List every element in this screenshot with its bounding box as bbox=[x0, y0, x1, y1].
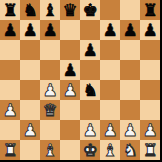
square-d2[interactable] bbox=[60, 120, 80, 140]
piece-black-pawn[interactable]: ♟ bbox=[22, 20, 37, 40]
piece-white-knight[interactable]: ♞ bbox=[122, 140, 137, 160]
piece-white-pawn[interactable]: ♟ bbox=[122, 120, 137, 140]
square-h6[interactable] bbox=[140, 40, 160, 60]
square-e8[interactable]: ♚ bbox=[80, 0, 100, 20]
piece-white-king[interactable]: ♚ bbox=[82, 140, 97, 160]
square-a3[interactable]: ♟ bbox=[0, 100, 20, 120]
square-g3[interactable] bbox=[120, 100, 140, 120]
piece-black-knight[interactable]: ♞ bbox=[22, 0, 37, 20]
piece-white-queen[interactable]: ♛ bbox=[42, 100, 57, 120]
piece-white-bishop[interactable]: ♝ bbox=[42, 140, 57, 160]
piece-white-rook[interactable]: ♜ bbox=[2, 140, 17, 160]
square-g6[interactable] bbox=[120, 40, 140, 60]
square-a7[interactable]: ♟ bbox=[0, 20, 20, 40]
square-f2[interactable]: ♟ bbox=[100, 120, 120, 140]
square-c3[interactable]: ♛ bbox=[40, 100, 60, 120]
piece-black-rook[interactable]: ♜ bbox=[2, 0, 17, 20]
square-d7[interactable] bbox=[60, 20, 80, 40]
square-f1[interactable]: ♝ bbox=[100, 140, 120, 160]
square-h8[interactable]: ♜ bbox=[140, 0, 160, 20]
square-a6[interactable] bbox=[0, 40, 20, 60]
square-a2[interactable] bbox=[0, 120, 20, 140]
square-g8[interactable] bbox=[120, 0, 140, 20]
square-b7[interactable]: ♟ bbox=[20, 20, 40, 40]
square-a4[interactable] bbox=[0, 80, 20, 100]
square-b6[interactable] bbox=[20, 40, 40, 60]
square-f4[interactable] bbox=[100, 80, 120, 100]
square-b8[interactable]: ♞ bbox=[20, 0, 40, 20]
piece-black-bishop[interactable]: ♝ bbox=[42, 0, 57, 20]
square-g5[interactable] bbox=[120, 60, 140, 80]
square-b3[interactable] bbox=[20, 100, 40, 120]
piece-black-rook[interactable]: ♜ bbox=[142, 0, 157, 20]
square-e5[interactable] bbox=[80, 60, 100, 80]
square-e7[interactable] bbox=[80, 20, 100, 40]
square-c4[interactable]: ♟ bbox=[40, 80, 60, 100]
chess-board: ♜♞♝♛♚♜♟♟♟♟♟♟♟♟♟♟♞♟♛♟♟♟♟♟♜♝♚♝♞♜ bbox=[0, 0, 160, 160]
square-c6[interactable] bbox=[40, 40, 60, 60]
square-b1[interactable] bbox=[20, 140, 40, 160]
square-h3[interactable] bbox=[140, 100, 160, 120]
square-h4[interactable] bbox=[140, 80, 160, 100]
square-e6[interactable]: ♟ bbox=[80, 40, 100, 60]
square-h5[interactable] bbox=[140, 60, 160, 80]
square-g7[interactable]: ♟ bbox=[120, 20, 140, 40]
piece-white-rook[interactable]: ♜ bbox=[142, 140, 157, 160]
square-a5[interactable] bbox=[0, 60, 20, 80]
square-d4[interactable]: ♟ bbox=[60, 80, 80, 100]
piece-black-pawn[interactable]: ♟ bbox=[142, 20, 157, 40]
piece-white-pawn[interactable]: ♟ bbox=[22, 120, 37, 140]
piece-white-pawn[interactable]: ♟ bbox=[2, 100, 17, 120]
square-c7[interactable]: ♟ bbox=[40, 20, 60, 40]
piece-black-king[interactable]: ♚ bbox=[82, 0, 97, 20]
square-g4[interactable] bbox=[120, 80, 140, 100]
square-f5[interactable] bbox=[100, 60, 120, 80]
piece-white-bishop[interactable]: ♝ bbox=[102, 140, 117, 160]
piece-white-pawn[interactable]: ♟ bbox=[42, 80, 57, 100]
square-c2[interactable] bbox=[40, 120, 60, 140]
square-e3[interactable] bbox=[80, 100, 100, 120]
piece-white-pawn[interactable]: ♟ bbox=[142, 120, 157, 140]
square-d1[interactable] bbox=[60, 140, 80, 160]
square-d3[interactable] bbox=[60, 100, 80, 120]
piece-white-pawn[interactable]: ♟ bbox=[82, 120, 97, 140]
square-e1[interactable]: ♚ bbox=[80, 140, 100, 160]
piece-black-pawn[interactable]: ♟ bbox=[82, 40, 97, 60]
square-e2[interactable]: ♟ bbox=[80, 120, 100, 140]
piece-black-queen[interactable]: ♛ bbox=[62, 0, 77, 20]
square-d6[interactable] bbox=[60, 40, 80, 60]
square-h1[interactable]: ♜ bbox=[140, 140, 160, 160]
square-a1[interactable]: ♜ bbox=[0, 140, 20, 160]
square-c8[interactable]: ♝ bbox=[40, 0, 60, 20]
piece-black-pawn[interactable]: ♟ bbox=[2, 20, 17, 40]
square-d5[interactable]: ♟ bbox=[60, 60, 80, 80]
piece-black-knight[interactable]: ♞ bbox=[82, 80, 97, 100]
piece-black-pawn[interactable]: ♟ bbox=[62, 60, 77, 80]
square-f7[interactable]: ♟ bbox=[100, 20, 120, 40]
square-b5[interactable] bbox=[20, 60, 40, 80]
square-g2[interactable]: ♟ bbox=[120, 120, 140, 140]
square-g1[interactable]: ♞ bbox=[120, 140, 140, 160]
piece-black-pawn[interactable]: ♟ bbox=[122, 20, 137, 40]
square-b2[interactable]: ♟ bbox=[20, 120, 40, 140]
piece-black-pawn[interactable]: ♟ bbox=[102, 20, 117, 40]
square-f3[interactable] bbox=[100, 100, 120, 120]
square-h7[interactable]: ♟ bbox=[140, 20, 160, 40]
square-c5[interactable] bbox=[40, 60, 60, 80]
piece-black-pawn[interactable]: ♟ bbox=[42, 20, 57, 40]
square-h2[interactable]: ♟ bbox=[140, 120, 160, 140]
piece-white-pawn[interactable]: ♟ bbox=[62, 80, 77, 100]
square-a8[interactable]: ♜ bbox=[0, 0, 20, 20]
piece-white-pawn[interactable]: ♟ bbox=[102, 120, 117, 140]
square-f6[interactable] bbox=[100, 40, 120, 60]
square-e4[interactable]: ♞ bbox=[80, 80, 100, 100]
square-b4[interactable] bbox=[20, 80, 40, 100]
square-d8[interactable]: ♛ bbox=[60, 0, 80, 20]
square-c1[interactable]: ♝ bbox=[40, 140, 60, 160]
square-f8[interactable] bbox=[100, 0, 120, 20]
